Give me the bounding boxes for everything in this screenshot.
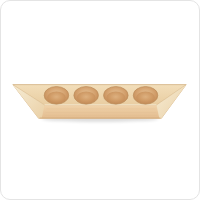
product-image[interactable] (0, 0, 200, 200)
cup-1 (44, 87, 69, 105)
board-front-face (42, 105, 160, 118)
board-svg (1, 1, 199, 199)
cup-2 (74, 87, 99, 105)
cup-4 (133, 87, 158, 105)
cup-3 (104, 87, 129, 105)
